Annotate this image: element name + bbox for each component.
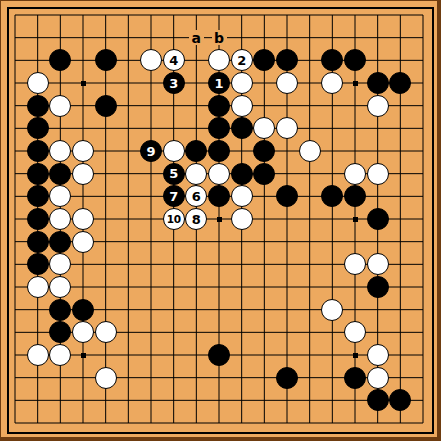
black-stone [72, 299, 94, 321]
black-stone [27, 231, 49, 253]
white-stone [27, 344, 49, 366]
white-stone [231, 185, 253, 207]
black-stone-move-7: 7 [163, 185, 185, 207]
black-stone [367, 276, 389, 298]
black-stone [27, 163, 49, 185]
white-stone [72, 163, 94, 185]
black-stone [231, 117, 253, 139]
black-stone [95, 95, 117, 117]
black-stone [27, 253, 49, 275]
white-stone [344, 163, 366, 185]
star-point [353, 217, 358, 222]
black-stone-move-3: 3 [163, 72, 185, 94]
black-stone [344, 367, 366, 389]
black-stone [49, 299, 71, 321]
white-stone [72, 208, 94, 230]
white-stone-move-4: 4 [163, 49, 185, 71]
white-stone [231, 95, 253, 117]
go-board: 42319576108ab [0, 0, 441, 441]
star-point [81, 81, 86, 86]
black-stone [208, 344, 230, 366]
black-stone [253, 163, 275, 185]
black-stone [367, 389, 389, 411]
black-stone [27, 185, 49, 207]
white-stone [27, 72, 49, 94]
white-stone [321, 299, 343, 321]
star-point [81, 353, 86, 358]
black-stone [27, 208, 49, 230]
black-stone-move-5: 5 [163, 163, 185, 185]
white-stone [72, 140, 94, 162]
white-stone [49, 95, 71, 117]
black-stone [27, 117, 49, 139]
white-stone [27, 276, 49, 298]
black-stone [208, 140, 230, 162]
black-stone [231, 163, 253, 185]
black-stone [367, 72, 389, 94]
white-stone [299, 140, 321, 162]
white-stone [231, 208, 253, 230]
black-stone [27, 95, 49, 117]
white-stone-move-2: 2 [231, 49, 253, 71]
white-stone-move-10: 10 [163, 208, 185, 230]
black-stone [27, 140, 49, 162]
white-stone [208, 163, 230, 185]
black-stone [49, 163, 71, 185]
white-stone [185, 163, 207, 185]
black-stone-move-9: 9 [140, 140, 162, 162]
white-stone [231, 72, 253, 94]
white-stone [95, 367, 117, 389]
white-stone [95, 321, 117, 343]
white-stone [367, 253, 389, 275]
white-stone [367, 367, 389, 389]
black-stone [276, 367, 298, 389]
black-stone [49, 231, 71, 253]
black-stone [367, 208, 389, 230]
black-stone [95, 49, 117, 71]
white-stone [367, 163, 389, 185]
star-point [353, 81, 358, 86]
white-stone [367, 344, 389, 366]
star-point [217, 217, 222, 222]
black-stone-move-1: 1 [208, 72, 230, 94]
white-stone [72, 231, 94, 253]
white-stone [276, 72, 298, 94]
point-label-b: b [212, 30, 227, 45]
white-stone [163, 140, 185, 162]
black-stone [208, 95, 230, 117]
white-stone [367, 95, 389, 117]
star-point [353, 353, 358, 358]
point-label-a: a [189, 30, 204, 45]
